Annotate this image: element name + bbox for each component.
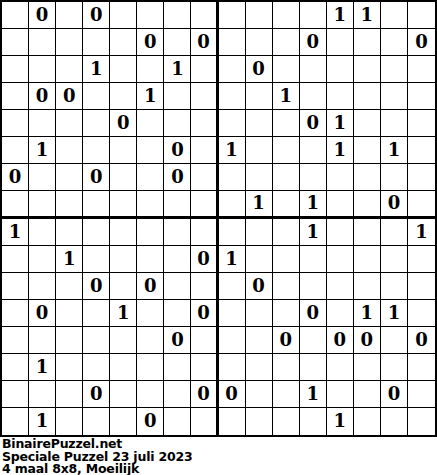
- cell-r5c9[interactable]: [219, 110, 246, 137]
- cell-r9c16: 1: [408, 219, 435, 246]
- cell-r12c2: 0: [29, 300, 56, 327]
- cell-r10c15[interactable]: [381, 246, 408, 273]
- cell-r10c4[interactable]: [83, 246, 110, 273]
- cell-r16c14[interactable]: [354, 408, 381, 435]
- cell-r3c1[interactable]: [2, 56, 29, 83]
- cell-r1c10[interactable]: [246, 2, 273, 29]
- cell-r12c12: 0: [300, 300, 327, 327]
- cell-r6c6[interactable]: [137, 137, 164, 164]
- cell-r14c14[interactable]: [354, 354, 381, 381]
- cell-r9c4[interactable]: [83, 219, 110, 246]
- footer: BinairePuzzel.net Speciale Puzzel 23 jul…: [0, 437, 437, 475]
- cell-r9c6[interactable]: [137, 219, 164, 246]
- cell-r14c11[interactable]: [273, 354, 300, 381]
- cell-r2c14[interactable]: [354, 29, 381, 56]
- cell-r13c16: 0: [408, 327, 435, 354]
- cell-r5c13: 1: [327, 110, 354, 137]
- cell-r10c6[interactable]: [137, 246, 164, 273]
- cell-r10c16[interactable]: [408, 246, 435, 273]
- cell-r11c7[interactable]: [164, 273, 191, 300]
- cell-r15c16[interactable]: [408, 381, 435, 408]
- cell-r6c5[interactable]: [110, 137, 137, 164]
- cell-r8c12: 1: [300, 191, 327, 218]
- cell-r1c6[interactable]: [137, 2, 164, 29]
- cell-r2c8: 0: [191, 29, 218, 56]
- cell-r9c3[interactable]: [56, 219, 83, 246]
- cell-r11c2[interactable]: [29, 273, 56, 300]
- cell-r6c4[interactable]: [83, 137, 110, 164]
- cell-r1c5[interactable]: [110, 2, 137, 29]
- cell-r5c12: 0: [300, 110, 327, 137]
- cell-r3c6[interactable]: [137, 56, 164, 83]
- cell-r5c7[interactable]: [164, 110, 191, 137]
- cell-r11c5[interactable]: [110, 273, 137, 300]
- cell-r12c13[interactable]: [327, 300, 354, 327]
- cell-r8c3[interactable]: [56, 191, 83, 218]
- cell-r5c14[interactable]: [354, 110, 381, 137]
- cell-r12c15: 1: [381, 300, 408, 327]
- cell-r10c10[interactable]: [246, 246, 273, 273]
- cell-r13c14: 0: [354, 327, 381, 354]
- cell-r14c8[interactable]: [191, 354, 218, 381]
- puzzle-page: 0011000011000110011011100011011110100001…: [0, 0, 437, 475]
- cell-r6c14[interactable]: [354, 137, 381, 164]
- cell-r2c5[interactable]: [110, 29, 137, 56]
- cell-r5c2[interactable]: [29, 110, 56, 137]
- cell-r5c6[interactable]: [137, 110, 164, 137]
- cell-r2c10[interactable]: [246, 29, 273, 56]
- cell-r4c11: 1: [273, 83, 300, 110]
- cell-r9c13[interactable]: [327, 219, 354, 246]
- cell-r10c12[interactable]: [300, 246, 327, 273]
- cell-r11c4: 0: [83, 273, 110, 300]
- cell-r7c8[interactable]: [191, 164, 218, 191]
- cell-r6c9: 1: [219, 137, 246, 164]
- cell-r8c8[interactable]: [191, 191, 218, 218]
- cell-r15c2[interactable]: [29, 381, 56, 408]
- cell-r9c10[interactable]: [246, 219, 273, 246]
- cell-r16c5[interactable]: [110, 408, 137, 435]
- cell-r15c14[interactable]: [354, 381, 381, 408]
- cell-r4c1[interactable]: [2, 83, 29, 110]
- cell-r1c14: 1: [354, 2, 381, 29]
- cell-r12c4[interactable]: [83, 300, 110, 327]
- cell-r13c15[interactable]: [381, 327, 408, 354]
- cell-r5c11[interactable]: [273, 110, 300, 137]
- cell-r3c15[interactable]: [381, 56, 408, 83]
- cell-r1c9[interactable]: [219, 2, 246, 29]
- cell-r12c6[interactable]: [137, 300, 164, 327]
- cell-r7c4: 0: [83, 164, 110, 191]
- cell-r4c10[interactable]: [246, 83, 273, 110]
- cell-r5c8[interactable]: [191, 110, 218, 137]
- cell-r4c16[interactable]: [408, 83, 435, 110]
- cell-r15c10[interactable]: [246, 381, 273, 408]
- cell-r16c1[interactable]: [2, 408, 29, 435]
- cell-r1c16[interactable]: [408, 2, 435, 29]
- cell-r3c4: 1: [83, 56, 110, 83]
- cell-r13c9[interactable]: [219, 327, 246, 354]
- cell-r11c11[interactable]: [273, 273, 300, 300]
- cell-r16c2: 1: [29, 408, 56, 435]
- cell-r10c14[interactable]: [354, 246, 381, 273]
- cell-r4c12[interactable]: [300, 83, 327, 110]
- cell-r7c6[interactable]: [137, 164, 164, 191]
- cell-r9c8[interactable]: [191, 219, 218, 246]
- cell-r11c6: 0: [137, 273, 164, 300]
- cell-r10c8: 0: [191, 246, 218, 273]
- cell-r9c11[interactable]: [273, 219, 300, 246]
- cell-r5c3[interactable]: [56, 110, 83, 137]
- cell-r11c1[interactable]: [2, 273, 29, 300]
- cell-r16c12[interactable]: [300, 408, 327, 435]
- cell-r5c1[interactable]: [2, 110, 29, 137]
- cell-r7c2[interactable]: [29, 164, 56, 191]
- cell-r13c7: 0: [164, 327, 191, 354]
- cell-r3c11[interactable]: [273, 56, 300, 83]
- cell-r15c1[interactable]: [2, 381, 29, 408]
- cell-r2c13[interactable]: [327, 29, 354, 56]
- cell-r4c4[interactable]: [83, 83, 110, 110]
- cell-r2c4[interactable]: [83, 29, 110, 56]
- cell-r2c3[interactable]: [56, 29, 83, 56]
- cell-r12c16[interactable]: [408, 300, 435, 327]
- cell-r4c13[interactable]: [327, 83, 354, 110]
- cell-r14c10[interactable]: [246, 354, 273, 381]
- cell-r2c2[interactable]: [29, 29, 56, 56]
- cell-r14c2: 1: [29, 354, 56, 381]
- cell-r1c13: 1: [327, 2, 354, 29]
- cell-r4c6: 1: [137, 83, 164, 110]
- cell-r9c7[interactable]: [164, 219, 191, 246]
- cell-r4c7[interactable]: [164, 83, 191, 110]
- cell-r6c7: 0: [164, 137, 191, 164]
- cell-r13c6[interactable]: [137, 327, 164, 354]
- cell-r16c9[interactable]: [219, 408, 246, 435]
- cell-r11c13[interactable]: [327, 273, 354, 300]
- cell-r3c5[interactable]: [110, 56, 137, 83]
- cell-r3c14[interactable]: [354, 56, 381, 83]
- cell-r13c1[interactable]: [2, 327, 29, 354]
- cell-r7c3[interactable]: [56, 164, 83, 191]
- cell-r6c8[interactable]: [191, 137, 218, 164]
- cell-r10c5[interactable]: [110, 246, 137, 273]
- cell-r11c8[interactable]: [191, 273, 218, 300]
- cell-r12c9[interactable]: [219, 300, 246, 327]
- cell-r3c16[interactable]: [408, 56, 435, 83]
- cell-r10c7[interactable]: [164, 246, 191, 273]
- cell-r6c13: 1: [327, 137, 354, 164]
- cell-r15c11[interactable]: [273, 381, 300, 408]
- cell-r9c5[interactable]: [110, 219, 137, 246]
- cell-r7c9[interactable]: [219, 164, 246, 191]
- cell-r7c10[interactable]: [246, 164, 273, 191]
- cell-r1c7[interactable]: [164, 2, 191, 29]
- cell-r8c6[interactable]: [137, 191, 164, 218]
- cell-r10c9: 1: [219, 246, 246, 273]
- cell-r6c2: 1: [29, 137, 56, 164]
- cell-r2c1[interactable]: [2, 29, 29, 56]
- cell-r4c3: 0: [56, 83, 83, 110]
- cell-r12c3[interactable]: [56, 300, 83, 327]
- cell-r8c13[interactable]: [327, 191, 354, 218]
- cell-r8c1[interactable]: [2, 191, 29, 218]
- cell-r1c1[interactable]: [2, 2, 29, 29]
- cell-r9c9[interactable]: [219, 219, 246, 246]
- cell-r8c7[interactable]: [164, 191, 191, 218]
- cell-r7c7: 0: [164, 164, 191, 191]
- cell-r9c1: 1: [2, 219, 29, 246]
- cell-r15c9: 0: [219, 381, 246, 408]
- cell-r7c12[interactable]: [300, 164, 327, 191]
- cell-r2c16: 0: [408, 29, 435, 56]
- cell-r8c9[interactable]: [219, 191, 246, 218]
- cell-r3c3[interactable]: [56, 56, 83, 83]
- cell-r14c9[interactable]: [219, 354, 246, 381]
- cell-r7c14[interactable]: [354, 164, 381, 191]
- cell-r8c5[interactable]: [110, 191, 137, 218]
- cell-r8c11[interactable]: [273, 191, 300, 218]
- cell-r11c3[interactable]: [56, 273, 83, 300]
- cell-r4c14[interactable]: [354, 83, 381, 110]
- cell-r13c4[interactable]: [83, 327, 110, 354]
- cell-r1c15[interactable]: [381, 2, 408, 29]
- cell-r14c15[interactable]: [381, 354, 408, 381]
- cell-r5c15[interactable]: [381, 110, 408, 137]
- cell-r16c11[interactable]: [273, 408, 300, 435]
- cell-r7c15[interactable]: [381, 164, 408, 191]
- cell-r16c10[interactable]: [246, 408, 273, 435]
- cell-r7c13[interactable]: [327, 164, 354, 191]
- cell-r11c16[interactable]: [408, 273, 435, 300]
- cell-r13c5[interactable]: [110, 327, 137, 354]
- cell-r13c10[interactable]: [246, 327, 273, 354]
- cell-r13c2[interactable]: [29, 327, 56, 354]
- cell-r2c9[interactable]: [219, 29, 246, 56]
- cell-r15c3[interactable]: [56, 381, 83, 408]
- cell-r9c14[interactable]: [354, 219, 381, 246]
- cell-r10c1[interactable]: [2, 246, 29, 273]
- cell-r14c1[interactable]: [2, 354, 29, 381]
- cell-r6c16[interactable]: [408, 137, 435, 164]
- cell-r9c12: 1: [300, 219, 327, 246]
- cell-r11c12[interactable]: [300, 273, 327, 300]
- cell-r14c4[interactable]: [83, 354, 110, 381]
- cell-r16c6: 0: [137, 408, 164, 435]
- cell-r12c7[interactable]: [164, 300, 191, 327]
- cell-r15c15: 0: [381, 381, 408, 408]
- cell-r11c9[interactable]: [219, 273, 246, 300]
- cell-r11c10: 0: [246, 273, 273, 300]
- cell-r14c6[interactable]: [137, 354, 164, 381]
- cell-r1c4: 0: [83, 2, 110, 29]
- cell-r15c4: 0: [83, 381, 110, 408]
- cell-r11c14[interactable]: [354, 273, 381, 300]
- cell-r6c10[interactable]: [246, 137, 273, 164]
- cell-r6c11[interactable]: [273, 137, 300, 164]
- cell-r9c2[interactable]: [29, 219, 56, 246]
- cell-r16c8[interactable]: [191, 408, 218, 435]
- cell-r12c1[interactable]: [2, 300, 29, 327]
- cell-r14c7[interactable]: [164, 354, 191, 381]
- cell-r1c11[interactable]: [273, 2, 300, 29]
- cell-r14c16[interactable]: [408, 354, 435, 381]
- cell-r15c5[interactable]: [110, 381, 137, 408]
- cell-r4c5[interactable]: [110, 83, 137, 110]
- cell-r16c13: 1: [327, 408, 354, 435]
- cell-r2c7[interactable]: [164, 29, 191, 56]
- cell-r8c4[interactable]: [83, 191, 110, 218]
- cell-r6c3[interactable]: [56, 137, 83, 164]
- cell-r5c16[interactable]: [408, 110, 435, 137]
- cell-r3c10: 0: [246, 56, 273, 83]
- cell-r2c11[interactable]: [273, 29, 300, 56]
- cell-r13c13: 0: [327, 327, 354, 354]
- cell-r10c2[interactable]: [29, 246, 56, 273]
- cell-r3c9[interactable]: [219, 56, 246, 83]
- cell-r14c5[interactable]: [110, 354, 137, 381]
- cell-r12c11[interactable]: [273, 300, 300, 327]
- cell-r10c13[interactable]: [327, 246, 354, 273]
- cell-r1c2: 0: [29, 2, 56, 29]
- cell-r10c3: 1: [56, 246, 83, 273]
- cell-r16c16[interactable]: [408, 408, 435, 435]
- cell-r10c11[interactable]: [273, 246, 300, 273]
- cell-r14c3[interactable]: [56, 354, 83, 381]
- cell-r3c2[interactable]: [29, 56, 56, 83]
- cell-r12c14: 1: [354, 300, 381, 327]
- cell-r15c6[interactable]: [137, 381, 164, 408]
- cell-r3c7: 1: [164, 56, 191, 83]
- cell-r16c4[interactable]: [83, 408, 110, 435]
- cell-r5c5: 0: [110, 110, 137, 137]
- cell-r15c7[interactable]: [164, 381, 191, 408]
- cell-r1c8[interactable]: [191, 2, 218, 29]
- cell-r5c4[interactable]: [83, 110, 110, 137]
- cell-r13c12[interactable]: [300, 327, 327, 354]
- cell-r7c11[interactable]: [273, 164, 300, 191]
- cell-r12c10[interactable]: [246, 300, 273, 327]
- cell-r6c15: 1: [381, 137, 408, 164]
- cell-r13c8[interactable]: [191, 327, 218, 354]
- cell-r8c15: 0: [381, 191, 408, 218]
- cell-r2c15[interactable]: [381, 29, 408, 56]
- cell-r4c2: 0: [29, 83, 56, 110]
- cell-r7c16[interactable]: [408, 164, 435, 191]
- cell-r2c12: 0: [300, 29, 327, 56]
- cell-r11c15[interactable]: [381, 273, 408, 300]
- cell-r7c1: 0: [2, 164, 29, 191]
- puzzle-subtitle: 4 maal 8x8, Moeilijk: [2, 463, 437, 475]
- cell-r15c12: 1: [300, 381, 327, 408]
- cell-r8c14[interactable]: [354, 191, 381, 218]
- cell-r4c8[interactable]: [191, 83, 218, 110]
- cell-r1c3[interactable]: [56, 2, 83, 29]
- cell-r8c2[interactable]: [29, 191, 56, 218]
- cell-r9c15[interactable]: [381, 219, 408, 246]
- cell-r7c5[interactable]: [110, 164, 137, 191]
- cell-r8c10: 1: [246, 191, 273, 218]
- cell-r13c11: 0: [273, 327, 300, 354]
- cell-r15c13[interactable]: [327, 381, 354, 408]
- binary-puzzle-board: 0011000011000110011011100011011110100001…: [0, 0, 437, 437]
- cell-r14c13[interactable]: [327, 354, 354, 381]
- cell-r1c12[interactable]: [300, 2, 327, 29]
- cell-r12c5: 1: [110, 300, 137, 327]
- cell-r3c13[interactable]: [327, 56, 354, 83]
- cell-r5c10[interactable]: [246, 110, 273, 137]
- cell-r8c16[interactable]: [408, 191, 435, 218]
- cell-r2c6: 0: [137, 29, 164, 56]
- cell-r3c12[interactable]: [300, 56, 327, 83]
- cell-r12c8: 0: [191, 300, 218, 327]
- cell-r16c7[interactable]: [164, 408, 191, 435]
- cell-r14c12[interactable]: [300, 354, 327, 381]
- cell-r3c8[interactable]: [191, 56, 218, 83]
- cell-r4c9[interactable]: [219, 83, 246, 110]
- cell-r13c3[interactable]: [56, 327, 83, 354]
- cell-r16c15[interactable]: [381, 408, 408, 435]
- cell-r6c1[interactable]: [2, 137, 29, 164]
- cell-r6c12[interactable]: [300, 137, 327, 164]
- cell-r15c8: 0: [191, 381, 218, 408]
- cell-r16c3[interactable]: [56, 408, 83, 435]
- cell-r4c15[interactable]: [381, 83, 408, 110]
